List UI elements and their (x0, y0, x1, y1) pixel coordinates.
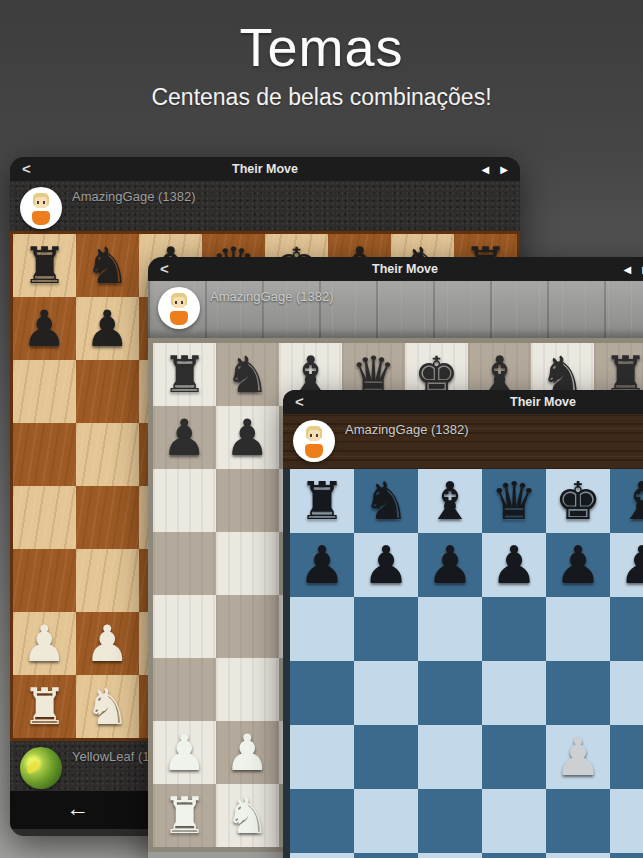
square[interactable]: ♞ (216, 784, 279, 847)
square[interactable] (153, 532, 216, 595)
square[interactable]: ♟ (216, 721, 279, 784)
square[interactable] (610, 789, 643, 853)
square[interactable] (482, 725, 546, 789)
square[interactable]: ♜ (153, 343, 216, 406)
black-pawn: ♟ (76, 297, 139, 360)
opponent-bar: AmazingGage (1382) (283, 414, 643, 469)
square[interactable]: ♟ (354, 533, 418, 597)
white-knight: ♞ (76, 675, 139, 738)
square[interactable] (418, 597, 482, 661)
avatar-body (32, 211, 50, 225)
square[interactable]: ♚ (546, 469, 610, 533)
square[interactable] (290, 597, 354, 661)
chess-board-blue: ♜♞♝♛♚♝♞♜♟♟♟♟♟♟♟♟♟♟♟♟♟♟♟♟♜♞♝♛♚♝♞♜ (283, 469, 643, 858)
move-status: Their Move (10, 162, 520, 176)
square[interactable]: ♟ (354, 853, 418, 858)
square[interactable]: ♜ (13, 675, 76, 738)
square[interactable]: ♟ (13, 297, 76, 360)
black-pawn: ♟ (13, 297, 76, 360)
square[interactable] (76, 549, 139, 612)
square[interactable]: ♟ (610, 533, 643, 597)
square[interactable] (546, 853, 610, 858)
move-status: Their Move (283, 395, 643, 409)
app-background: Temas Centenas de belas combinações! < T… (0, 0, 643, 858)
game-card-blue-theme: < Their Move AmazingGage (1382) ♜♞♝♛♚♝♞♜… (283, 390, 643, 858)
square[interactable] (290, 661, 354, 725)
white-knight: ♞ (216, 784, 279, 847)
square[interactable]: ♜ (153, 784, 216, 847)
square[interactable] (546, 661, 610, 725)
avatar-face (173, 297, 185, 308)
opponent-name: AmazingGage (1382) (345, 422, 469, 437)
square[interactable]: ♞ (354, 469, 418, 533)
prev-move-icon[interactable]: ◀ (482, 164, 490, 175)
square[interactable] (153, 469, 216, 532)
square[interactable] (610, 725, 643, 789)
black-knight: ♞ (76, 234, 139, 297)
black-knight: ♞ (216, 343, 279, 406)
white-pawn: ♟ (76, 612, 139, 675)
square[interactable]: ♟ (482, 533, 546, 597)
square[interactable]: ♟ (482, 853, 546, 858)
square[interactable] (290, 725, 354, 789)
black-pawn: ♟ (418, 533, 482, 597)
move-nav-arrows: ◀ ▶ (482, 164, 508, 175)
square[interactable] (13, 486, 76, 549)
opponent-bar: AmazingGage (1382) (10, 181, 520, 231)
square[interactable] (482, 789, 546, 853)
square[interactable]: ♟ (546, 725, 610, 789)
game-header: < Their Move ◀ ▶ (148, 257, 643, 281)
white-rook: ♜ (13, 675, 76, 738)
square[interactable] (546, 789, 610, 853)
black-rook: ♜ (153, 343, 216, 406)
move-status: Their Move (148, 262, 643, 276)
black-rook: ♜ (13, 234, 76, 297)
page-subtitle: Centenas de belas combinações! (0, 84, 643, 111)
square[interactable]: ♟ (610, 853, 643, 858)
square[interactable] (153, 658, 216, 721)
square[interactable] (290, 789, 354, 853)
avatar-body (305, 444, 323, 458)
black-bishop: ♝ (418, 469, 482, 533)
square[interactable] (610, 661, 643, 725)
opponent-avatar[interactable] (158, 287, 200, 329)
square[interactable] (354, 789, 418, 853)
white-pawn: ♟ (546, 725, 610, 789)
square[interactable] (418, 661, 482, 725)
next-move-icon[interactable]: ▶ (500, 164, 508, 175)
black-pawn: ♟ (610, 533, 643, 597)
square[interactable]: ♞ (76, 234, 139, 297)
avatar-face (308, 430, 320, 441)
square[interactable]: ♛ (482, 469, 546, 533)
black-pawn: ♟ (354, 533, 418, 597)
square[interactable]: ♟ (153, 721, 216, 784)
prev-move-icon[interactable]: ◀ (624, 264, 632, 275)
white-rook: ♜ (153, 784, 216, 847)
black-rook: ♜ (290, 469, 354, 533)
black-pawn: ♟ (482, 533, 546, 597)
opponent-avatar[interactable] (20, 187, 62, 229)
move-nav-arrows: ◀ ▶ (624, 264, 643, 275)
square[interactable]: ♟ (546, 533, 610, 597)
square[interactable] (76, 423, 139, 486)
square[interactable]: ♟ (418, 533, 482, 597)
game-header: < Their Move (283, 390, 643, 414)
page-title: Temas (0, 16, 643, 78)
square[interactable] (13, 360, 76, 423)
white-pawn: ♟ (354, 853, 418, 858)
square[interactable]: ♟ (290, 533, 354, 597)
square[interactable] (354, 725, 418, 789)
white-pawn: ♟ (13, 612, 76, 675)
white-pawn: ♟ (610, 853, 643, 858)
square[interactable]: ♟ (153, 406, 216, 469)
square[interactable] (418, 725, 482, 789)
game-header: < Their Move ◀ ▶ (10, 157, 520, 181)
square[interactable] (546, 597, 610, 661)
square[interactable] (418, 789, 482, 853)
square[interactable] (13, 549, 76, 612)
opponent-bar: AmazingGage (1382) (148, 281, 643, 338)
square[interactable]: ♟ (418, 853, 482, 858)
square[interactable] (216, 658, 279, 721)
opponent-name: AmazingGage (1382) (210, 289, 334, 304)
square[interactable] (482, 661, 546, 725)
square[interactable]: ♜ (13, 234, 76, 297)
black-queen: ♛ (482, 469, 546, 533)
back-arrow-icon[interactable]: ← (66, 795, 89, 822)
square[interactable] (354, 597, 418, 661)
white-pawn: ♟ (418, 853, 482, 858)
square[interactable] (216, 595, 279, 658)
square[interactable] (610, 597, 643, 661)
square[interactable] (216, 469, 279, 532)
square[interactable]: ♟ (290, 853, 354, 858)
square[interactable] (76, 360, 139, 423)
square[interactable] (13, 423, 76, 486)
square[interactable]: ♝ (610, 469, 643, 533)
black-pawn: ♟ (216, 406, 279, 469)
square[interactable]: ♝ (418, 469, 482, 533)
white-pawn: ♟ (290, 853, 354, 858)
square[interactable] (354, 661, 418, 725)
square[interactable] (216, 532, 279, 595)
opponent-name: AmazingGage (1382) (72, 189, 196, 204)
promo-banner: Temas Centenas de belas combinações! (0, 0, 643, 111)
opponent-avatar[interactable] (293, 420, 335, 462)
white-pawn: ♟ (153, 721, 216, 784)
black-knight: ♞ (354, 469, 418, 533)
avatar-body (170, 311, 188, 325)
square[interactable] (153, 595, 216, 658)
avatar-face (35, 197, 47, 208)
black-bishop: ♝ (610, 469, 643, 533)
square[interactable]: ♜ (290, 469, 354, 533)
black-king: ♚ (546, 469, 610, 533)
black-pawn: ♟ (546, 533, 610, 597)
square[interactable]: ♟ (76, 612, 139, 675)
square[interactable]: ♟ (13, 612, 76, 675)
square[interactable]: ♟ (216, 406, 279, 469)
white-pawn: ♟ (216, 721, 279, 784)
square[interactable]: ♞ (76, 675, 139, 738)
black-pawn: ♟ (290, 533, 354, 597)
player-avatar[interactable] (20, 747, 62, 789)
square[interactable]: ♟ (76, 297, 139, 360)
square[interactable]: ♞ (216, 343, 279, 406)
black-pawn: ♟ (153, 406, 216, 469)
square[interactable] (76, 486, 139, 549)
white-pawn: ♟ (482, 853, 546, 858)
square[interactable] (482, 597, 546, 661)
